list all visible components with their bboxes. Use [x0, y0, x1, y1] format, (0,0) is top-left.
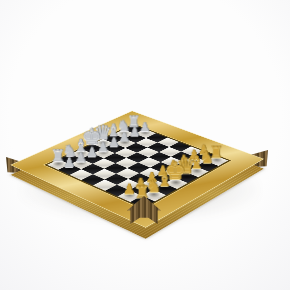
chess-set-scene: ♜♟♟♜♞♟♟♞♝♟♟♝♛♟♟♛♚♟♟♚♝♟♟♝♞♟♟♞♜♟♟♜ [0, 0, 290, 290]
silver-pawn-glyph: ♟ [56, 156, 82, 169]
product-photo: ♜♟♟♜♞♟♟♞♝♟♟♝♛♟♟♛♚♟♟♚♝♟♟♝♞♟♟♞♜♟♟♜ [0, 0, 290, 290]
